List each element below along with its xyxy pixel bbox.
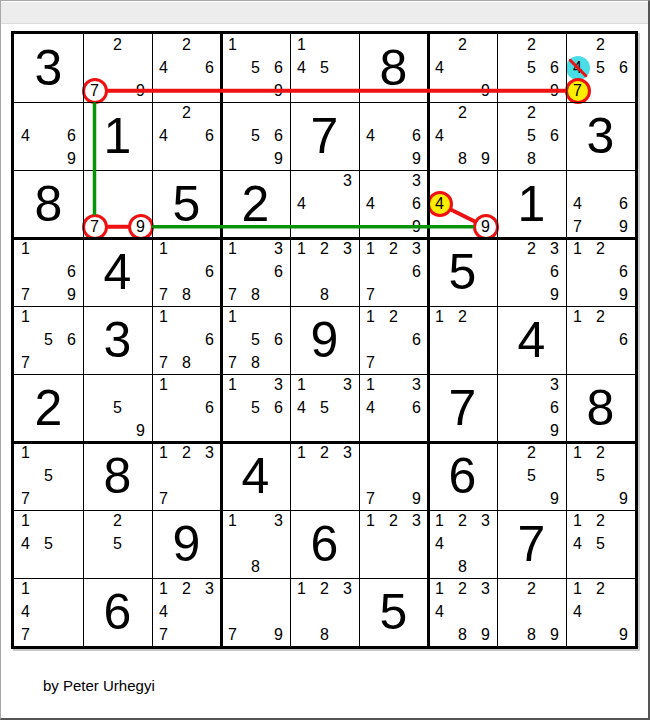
candidate-digit-7: 7 <box>83 215 106 238</box>
cell-r3c5[interactable]: 34 <box>290 170 359 238</box>
candidate-digit-9: 9 <box>612 487 635 510</box>
candidate-digit-7: 7 <box>359 351 382 374</box>
cell-r3c3[interactable]: 5 <box>152 170 221 238</box>
candidates: 2568 <box>497 102 566 170</box>
solved-digit: 8 <box>380 43 408 93</box>
cell-r8c8[interactable]: 7 <box>497 510 566 578</box>
candidate-digit-8: 8 <box>313 283 336 306</box>
candidate-digit-2: 2 <box>451 102 474 125</box>
cell-r2c6[interactable]: 469 <box>359 102 428 170</box>
candidate-digit-3: 3 <box>474 510 497 533</box>
cell-r9c6[interactable]: 5 <box>359 578 428 646</box>
solved-digit: 8 <box>587 383 615 433</box>
cell-r2c7[interactable]: 2489 <box>428 102 497 170</box>
cell-r2c9[interactable]: 3 <box>566 102 635 170</box>
candidate-digit-2: 2 <box>175 578 198 601</box>
candidates: 1567 <box>14 306 83 374</box>
candidate-digit-4: 4 <box>428 533 451 556</box>
candidate-digit-5: 5 <box>589 533 612 556</box>
candidates: 279 <box>83 34 152 102</box>
solved-digit: 2 <box>242 179 270 229</box>
candidate-digit-9: 9 <box>129 215 152 238</box>
cell-r6c2[interactable]: 59 <box>83 374 152 442</box>
candidate-digit-2: 2 <box>451 510 474 533</box>
cell-r5c4[interactable]: 15678 <box>221 306 290 374</box>
cell-r9c4[interactable]: 79 <box>221 578 290 646</box>
candidate-digit-1: 1 <box>428 306 451 329</box>
cell-r4c9[interactable]: 1269 <box>566 238 635 306</box>
candidates: 147 <box>14 578 83 646</box>
candidate-digit-3: 3 <box>267 238 290 261</box>
candidate-digit-4: 4 <box>14 125 37 148</box>
cell-r9c1[interactable]: 147 <box>14 578 83 646</box>
candidate-digit-3: 3 <box>267 374 290 397</box>
candidate-digit-4: 4 <box>566 601 589 624</box>
cell-r8c4[interactable]: 138 <box>221 510 290 578</box>
candidate-digit-2: 2 <box>520 102 543 125</box>
cell-r7c1[interactable]: 157 <box>14 442 83 510</box>
candidates: 1345 <box>290 374 359 442</box>
candidate-digit-2: 2 <box>520 34 543 57</box>
candidate-digit-6: 6 <box>543 261 566 284</box>
candidate-digit-9: 9 <box>543 419 566 442</box>
candidate-digit-9: 9 <box>267 79 290 102</box>
cell-r7c4[interactable]: 4 <box>221 442 290 510</box>
candidate-digit-1: 1 <box>221 306 244 329</box>
candidates: 126 <box>566 306 635 374</box>
candidates: 1238 <box>290 578 359 646</box>
candidate-digit-6: 6 <box>198 397 221 420</box>
candidate-digit-1: 1 <box>359 510 382 533</box>
candidate-digit-1: 1 <box>14 510 37 533</box>
candidate-digit-7: 7 <box>221 351 244 374</box>
candidate-digit-6: 6 <box>543 125 566 148</box>
cell-r2c8[interactable]: 2568 <box>497 102 566 170</box>
sudoku-board: 3279246156914582492569245674691246569746… <box>11 31 638 649</box>
candidate-digit-3: 3 <box>336 374 359 397</box>
cell-r3c9[interactable]: 4679 <box>566 170 635 238</box>
cell-r8c6[interactable]: 123 <box>359 510 428 578</box>
candidates: 1238 <box>290 238 359 306</box>
candidate-digit-6: 6 <box>198 329 221 352</box>
candidate-digit-6: 6 <box>198 57 221 80</box>
candidate-digit-9: 9 <box>543 623 566 646</box>
candidate-digit-1: 1 <box>221 374 244 397</box>
cell-r8c5[interactable]: 6 <box>290 510 359 578</box>
candidate-digit-3: 3 <box>405 238 428 261</box>
candidate-digit-7: 7 <box>566 79 589 102</box>
candidates: 246 <box>152 102 221 170</box>
candidate-digit-6: 6 <box>405 193 428 216</box>
candidate-digit-2: 2 <box>589 306 612 329</box>
cell-r2c5[interactable]: 7 <box>290 102 359 170</box>
candidate-digit-1: 1 <box>290 578 313 601</box>
cell-r4c1[interactable]: 1679 <box>14 238 83 306</box>
candidate-digit-5: 5 <box>589 57 612 80</box>
cell-r5c2[interactable]: 3 <box>83 306 152 374</box>
solved-digit: 1 <box>104 111 132 161</box>
candidate-digit-8: 8 <box>313 623 336 646</box>
cell-r7c7[interactable]: 6 <box>428 442 497 510</box>
candidate-digit-1: 1 <box>290 442 313 465</box>
candidate-digit-5: 5 <box>37 329 60 352</box>
candidates: 25 <box>83 510 152 578</box>
candidate-digit-4: 4 <box>152 601 175 624</box>
candidate-digit-3: 3 <box>336 442 359 465</box>
cell-r2c1[interactable]: 469 <box>14 102 83 170</box>
cell-r4c8[interactable]: 2369 <box>497 238 566 306</box>
cell-r2c4[interactable]: 569 <box>221 102 290 170</box>
candidates: 469 <box>359 102 428 170</box>
cell-r7c3[interactable]: 1237 <box>152 442 221 510</box>
cell-r5c7[interactable]: 12 <box>428 306 497 374</box>
cell-r4c6[interactable]: 12367 <box>359 238 428 306</box>
solved-digit: 1 <box>518 179 546 229</box>
candidate-digit-2: 2 <box>451 306 474 329</box>
cell-r1c6[interactable]: 8 <box>359 34 428 102</box>
cell-r1c8[interactable]: 2569 <box>497 34 566 102</box>
candidates: 123 <box>290 442 359 510</box>
candidate-digit-7: 7 <box>221 623 244 646</box>
candidates: 145 <box>14 510 83 578</box>
author-credit: by Peter Urhegyi <box>43 677 155 694</box>
candidate-digit-4: 4 <box>14 533 37 556</box>
candidate-digit-1: 1 <box>14 306 37 329</box>
candidate-digit-3: 3 <box>543 238 566 261</box>
solved-digit: 6 <box>104 587 132 637</box>
candidate-digit-6: 6 <box>60 329 83 352</box>
candidate-digit-8: 8 <box>175 351 198 374</box>
candidate-digit-6: 6 <box>267 261 290 284</box>
solved-digit: 4 <box>518 315 546 365</box>
cell-r6c4[interactable]: 1356 <box>221 374 290 442</box>
cell-r5c6[interactable]: 1267 <box>359 306 428 374</box>
candidate-digit-4: 4 <box>290 193 313 216</box>
candidate-digit-6: 6 <box>267 57 290 80</box>
candidates: 2489 <box>428 102 497 170</box>
cell-r8c7[interactable]: 12348 <box>428 510 497 578</box>
candidate-digit-6: 6 <box>612 57 635 80</box>
candidate-digit-4: 4 <box>359 193 382 216</box>
candidate-digit-1: 1 <box>221 238 244 261</box>
candidate-digit-9: 9 <box>612 215 635 238</box>
cell-r4c3[interactable]: 1678 <box>152 238 221 306</box>
candidate-digit-8: 8 <box>451 147 474 170</box>
candidate-digit-6: 6 <box>543 57 566 80</box>
cell-r1c9[interactable]: 24567 <box>566 34 635 102</box>
cell-r1c3[interactable]: 246 <box>152 34 221 102</box>
candidates: 145 <box>290 34 359 102</box>
candidate-digit-1: 1 <box>566 510 589 533</box>
cell-r1c4[interactable]: 1569 <box>221 34 290 102</box>
solved-digit: 7 <box>311 111 339 161</box>
candidate-digit-3: 3 <box>405 170 428 193</box>
candidate-digit-4: 4 <box>359 397 382 420</box>
candidate-digit-2: 2 <box>175 442 198 465</box>
candidate-digit-4: 4 <box>152 125 175 148</box>
candidates: 369 <box>497 374 566 442</box>
candidate-digit-1: 1 <box>221 34 244 57</box>
candidate-digit-3: 3 <box>543 374 566 397</box>
candidate-digit-4: 4 <box>428 193 451 216</box>
candidate-digit-9: 9 <box>267 147 290 170</box>
candidate-digit-6: 6 <box>198 125 221 148</box>
candidate-digit-8: 8 <box>244 555 267 578</box>
candidate-digit-2: 2 <box>520 238 543 261</box>
candidates: 34 <box>290 170 359 238</box>
cell-r5c8[interactable]: 4 <box>497 306 566 374</box>
cell-r4c7[interactable]: 5 <box>428 238 497 306</box>
cell-r7c9[interactable]: 1259 <box>566 442 635 510</box>
candidates: 12348 <box>428 510 497 578</box>
cell-r2c2[interactable]: 1 <box>83 102 152 170</box>
candidate-digit-8: 8 <box>175 283 198 306</box>
candidates: 1678 <box>152 238 221 306</box>
cell-r1c7[interactable]: 249 <box>428 34 497 102</box>
cell-r6c3[interactable]: 16 <box>152 374 221 442</box>
candidate-digit-5: 5 <box>313 397 336 420</box>
candidates: 16 <box>152 374 221 442</box>
cell-r7c2[interactable]: 8 <box>83 442 152 510</box>
candidate-digit-2: 2 <box>313 238 336 261</box>
candidates: 3469 <box>359 170 428 238</box>
solved-digit: 9 <box>311 315 339 365</box>
candidate-digit-9: 9 <box>543 283 566 306</box>
candidate-digit-1: 1 <box>14 442 37 465</box>
cell-r3c7[interactable]: 49 <box>428 170 497 238</box>
candidate-digit-6: 6 <box>60 125 83 148</box>
cell-r9c7[interactable]: 123489 <box>428 578 497 646</box>
cell-r6c6[interactable]: 1346 <box>359 374 428 442</box>
candidate-digit-1: 1 <box>566 306 589 329</box>
solved-digit: 3 <box>104 315 132 365</box>
candidate-digit-8: 8 <box>520 147 543 170</box>
candidates: 12367 <box>359 238 428 306</box>
candidates: 1245 <box>566 510 635 578</box>
cell-r3c8[interactable]: 1 <box>497 170 566 238</box>
candidates: 1569 <box>221 34 290 102</box>
candidates: 12 <box>428 306 497 374</box>
candidates: 79 <box>359 442 428 510</box>
candidates: 2369 <box>497 238 566 306</box>
candidate-digit-9: 9 <box>474 215 497 238</box>
candidate-digit-7: 7 <box>152 283 175 306</box>
cell-r1c2[interactable]: 279 <box>83 34 152 102</box>
candidate-digit-1: 1 <box>152 374 175 397</box>
candidate-digit-5: 5 <box>520 125 543 148</box>
candidate-digit-9: 9 <box>474 147 497 170</box>
candidate-digit-6: 6 <box>543 397 566 420</box>
candidates: 49 <box>428 170 497 238</box>
solved-digit: 9 <box>173 519 201 569</box>
cell-r3c4[interactable]: 2 <box>221 170 290 238</box>
cell-r1c5[interactable]: 145 <box>290 34 359 102</box>
candidate-digit-7: 7 <box>14 351 37 374</box>
candidates: 157 <box>14 442 83 510</box>
candidate-digit-5: 5 <box>244 397 267 420</box>
candidate-digit-3: 3 <box>336 170 359 193</box>
cell-r8c1[interactable]: 145 <box>14 510 83 578</box>
cell-r2c3[interactable]: 246 <box>152 102 221 170</box>
candidate-digit-1: 1 <box>152 306 175 329</box>
candidate-digit-8: 8 <box>520 623 543 646</box>
candidates: 123489 <box>428 578 497 646</box>
cell-r8c2[interactable]: 25 <box>83 510 152 578</box>
candidate-digit-5: 5 <box>520 57 543 80</box>
cell-r5c1[interactable]: 1567 <box>14 306 83 374</box>
candidate-digit-6: 6 <box>405 261 428 284</box>
candidate-digit-4: 4 <box>428 125 451 148</box>
candidate-digit-3: 3 <box>198 442 221 465</box>
solved-digit: 7 <box>449 383 477 433</box>
candidate-digit-2: 2 <box>175 34 198 57</box>
candidates: 1249 <box>566 578 635 646</box>
candidates: 1237 <box>152 442 221 510</box>
cell-r6c5[interactable]: 1345 <box>290 374 359 442</box>
cell-r4c4[interactable]: 13678 <box>221 238 290 306</box>
candidate-digit-7: 7 <box>359 283 382 306</box>
candidate-digit-3: 3 <box>474 578 497 601</box>
cell-r9c2[interactable]: 6 <box>83 578 152 646</box>
candidates: 1678 <box>152 306 221 374</box>
candidate-digit-9: 9 <box>474 79 497 102</box>
solved-digit: 2 <box>35 383 63 433</box>
candidate-digit-1: 1 <box>221 510 244 533</box>
solved-digit: 5 <box>173 179 201 229</box>
candidates: 1356 <box>221 374 290 442</box>
candidates: 138 <box>221 510 290 578</box>
candidate-digit-7: 7 <box>566 215 589 238</box>
candidate-digit-5: 5 <box>244 57 267 80</box>
cell-r9c8[interactable]: 289 <box>497 578 566 646</box>
cell-r4c5[interactable]: 1238 <box>290 238 359 306</box>
cell-r3c6[interactable]: 3469 <box>359 170 428 238</box>
candidate-digit-4: 4 <box>566 57 589 80</box>
candidate-digit-1: 1 <box>290 238 313 261</box>
candidate-digit-1: 1 <box>290 374 313 397</box>
candidate-digit-4: 4 <box>14 601 37 624</box>
candidate-digit-9: 9 <box>612 283 635 306</box>
candidate-digit-5: 5 <box>313 57 336 80</box>
candidate-digit-4: 4 <box>359 125 382 148</box>
cell-r6c9[interactable]: 8 <box>566 374 635 442</box>
candidate-digit-2: 2 <box>589 578 612 601</box>
candidate-digit-1: 1 <box>359 306 382 329</box>
cell-r6c7[interactable]: 7 <box>428 374 497 442</box>
cell-r8c9[interactable]: 1245 <box>566 510 635 578</box>
cell-r5c3[interactable]: 1678 <box>152 306 221 374</box>
candidates: 1679 <box>14 238 83 306</box>
candidate-digit-6: 6 <box>612 193 635 216</box>
candidate-digit-1: 1 <box>290 34 313 57</box>
candidate-digit-5: 5 <box>244 125 267 148</box>
cell-r3c1[interactable]: 8 <box>14 170 83 238</box>
candidate-digit-7: 7 <box>359 487 382 510</box>
sudoku-grid: 3279246156914582492569245674691246569746… <box>14 34 635 646</box>
candidate-digit-7: 7 <box>14 487 37 510</box>
cell-r6c1[interactable]: 2 <box>14 374 83 442</box>
candidate-digit-6: 6 <box>198 261 221 284</box>
cell-r5c9[interactable]: 126 <box>566 306 635 374</box>
cell-r8c3[interactable]: 9 <box>152 510 221 578</box>
candidate-digit-5: 5 <box>520 465 543 488</box>
candidate-digit-6: 6 <box>405 397 428 420</box>
cell-r9c3[interactable]: 12347 <box>152 578 221 646</box>
candidate-digit-2: 2 <box>520 442 543 465</box>
candidate-digit-1: 1 <box>359 238 382 261</box>
candidate-digit-1: 1 <box>152 442 175 465</box>
candidates: 289 <box>497 578 566 646</box>
candidate-digit-6: 6 <box>267 125 290 148</box>
candidates: 2569 <box>497 34 566 102</box>
cell-r9c9[interactable]: 1249 <box>566 578 635 646</box>
cell-r1c1[interactable]: 3 <box>14 34 83 102</box>
candidate-digit-9: 9 <box>543 79 566 102</box>
candidate-digit-2: 2 <box>451 578 474 601</box>
candidate-digit-6: 6 <box>405 125 428 148</box>
solved-digit: 4 <box>242 451 270 501</box>
cell-r4c2[interactable]: 4 <box>83 238 152 306</box>
candidate-digit-7: 7 <box>152 351 175 374</box>
candidate-digit-4: 4 <box>428 57 451 80</box>
cell-r6c8[interactable]: 369 <box>497 374 566 442</box>
candidate-digit-5: 5 <box>37 533 60 556</box>
candidate-digit-2: 2 <box>382 238 405 261</box>
candidate-digit-3: 3 <box>405 374 428 397</box>
candidate-digit-1: 1 <box>152 578 175 601</box>
candidate-digit-4: 4 <box>290 57 313 80</box>
solved-digit: 8 <box>35 179 63 229</box>
candidate-digit-6: 6 <box>267 329 290 352</box>
candidates: 569 <box>221 102 290 170</box>
page-frame: 3279246156914582492569245674691246569746… <box>0 0 650 720</box>
candidate-digit-1: 1 <box>359 374 382 397</box>
candidate-digit-2: 2 <box>589 442 612 465</box>
cell-r7c6[interactable]: 79 <box>359 442 428 510</box>
candidate-digit-3: 3 <box>198 578 221 601</box>
candidate-digit-8: 8 <box>244 283 267 306</box>
candidate-digit-2: 2 <box>451 34 474 57</box>
cell-r9c5[interactable]: 1238 <box>290 578 359 646</box>
candidate-digit-2: 2 <box>382 306 405 329</box>
candidate-digit-2: 2 <box>175 102 198 125</box>
candidate-digit-9: 9 <box>60 147 83 170</box>
candidates: 123 <box>359 510 428 578</box>
cell-r7c5[interactable]: 123 <box>290 442 359 510</box>
cell-r7c8[interactable]: 259 <box>497 442 566 510</box>
cell-r3c2[interactable]: 79 <box>83 170 152 238</box>
solved-digit: 5 <box>449 247 477 297</box>
candidate-digit-7: 7 <box>14 623 37 646</box>
candidates: 249 <box>428 34 497 102</box>
candidate-digit-2: 2 <box>589 34 612 57</box>
candidate-digit-2: 2 <box>313 578 336 601</box>
candidate-digit-3: 3 <box>336 578 359 601</box>
candidates: 59 <box>83 374 152 442</box>
candidate-digit-6: 6 <box>612 261 635 284</box>
candidate-digit-5: 5 <box>244 329 267 352</box>
cell-r5c5[interactable]: 9 <box>290 306 359 374</box>
candidate-digit-7: 7 <box>152 487 175 510</box>
candidate-digit-2: 2 <box>382 510 405 533</box>
candidate-digit-6: 6 <box>267 397 290 420</box>
candidate-digit-1: 1 <box>566 238 589 261</box>
candidate-digit-6: 6 <box>612 329 635 352</box>
candidate-digit-1: 1 <box>566 442 589 465</box>
candidate-digit-9: 9 <box>474 623 497 646</box>
candidate-digit-8: 8 <box>244 351 267 374</box>
candidate-digit-3: 3 <box>405 510 428 533</box>
